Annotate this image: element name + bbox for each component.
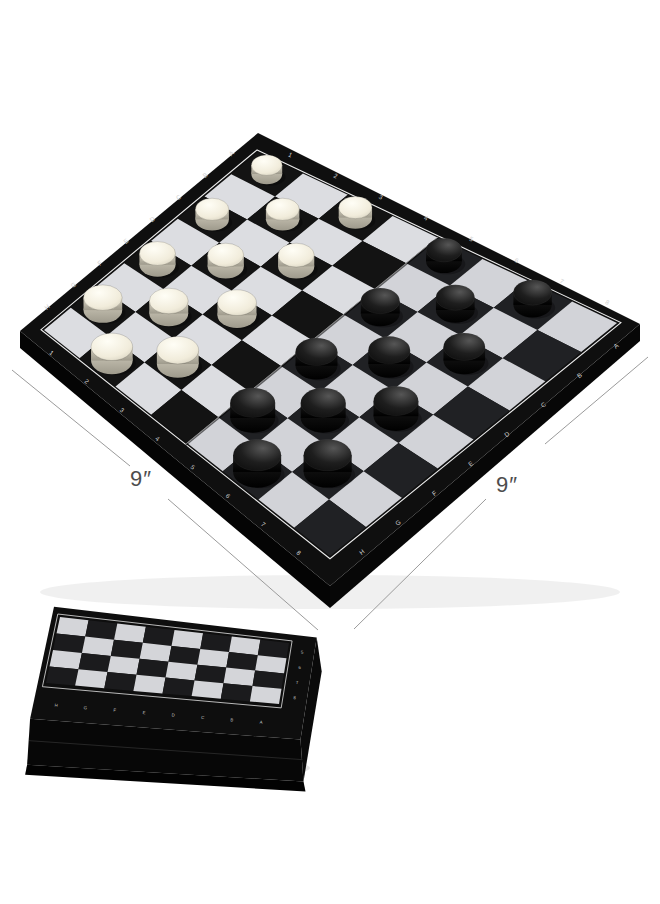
- folded-square: [114, 624, 146, 643]
- piece-white-e1[interactable]: [139, 242, 178, 278]
- folded-square: [104, 672, 136, 691]
- folded-square: [166, 662, 198, 681]
- folded-square: [250, 686, 282, 704]
- piece-white-g1[interactable]: [84, 285, 126, 324]
- piece-black-e5[interactable]: [296, 338, 341, 380]
- folded-square: [169, 646, 201, 665]
- label-topright-number: 8: [604, 298, 611, 306]
- folded-square: [229, 637, 260, 656]
- piece-white-f2[interactable]: [149, 288, 191, 327]
- piece-white-e3[interactable]: [217, 290, 259, 329]
- dimension-label-right: 9″: [496, 472, 518, 498]
- folded-square: [226, 652, 257, 671]
- folded-square: [79, 653, 111, 672]
- folded-square: [137, 659, 169, 678]
- folded-square: [200, 633, 232, 652]
- folded-square: [163, 678, 195, 697]
- folded-label-letter: C: [201, 715, 205, 720]
- folded-square: [82, 637, 114, 656]
- piece-black-a5[interactable]: [426, 238, 465, 274]
- folded-square: [108, 656, 140, 675]
- folded-square: [85, 620, 117, 639]
- board-photo-canvas: A11AB22BC33CD44DE55EF66FG77GH88HHGFEDCBA…: [0, 0, 660, 904]
- piece-black-e7[interactable]: [374, 386, 422, 431]
- piece-black-b6[interactable]: [436, 285, 478, 324]
- folded-square: [111, 640, 143, 659]
- folded-square: [224, 668, 256, 686]
- product-photo: A11AB22BC33CD44DE55EF66FG77GH88HHGFEDCBA…: [0, 0, 660, 904]
- folded-square: [197, 649, 229, 668]
- folded-square: [133, 675, 165, 694]
- piece-black-d6[interactable]: [368, 336, 413, 378]
- folded-label-letter: H: [54, 703, 58, 708]
- folded-square: [192, 680, 224, 698]
- piece-white-c3[interactable]: [278, 243, 318, 279]
- folded-label-letter: D: [171, 712, 175, 717]
- piece-white-g3[interactable]: [157, 336, 202, 378]
- folded-square: [143, 627, 175, 646]
- folded-square: [253, 671, 285, 689]
- piece-white-h2[interactable]: [91, 333, 136, 375]
- folded-square: [221, 683, 253, 701]
- piece-white-d2[interactable]: [208, 243, 248, 279]
- label-topright-number: 7: [559, 277, 566, 285]
- folded-square: [255, 655, 286, 673]
- folded-square: [53, 634, 85, 653]
- folded-square: [258, 640, 289, 659]
- piece-black-g5[interactable]: [230, 388, 278, 434]
- folded-square: [57, 617, 89, 637]
- piece-black-c7[interactable]: [443, 333, 488, 375]
- dimension-label-left: 9″: [130, 466, 152, 492]
- folded-square: [140, 643, 172, 662]
- piece-black-f6[interactable]: [301, 388, 349, 434]
- folded-square: [195, 665, 227, 684]
- folded-square: [50, 650, 82, 669]
- piece-black-a7[interactable]: [513, 280, 555, 319]
- piece-black-h6[interactable]: [233, 439, 285, 488]
- piece-black-g7[interactable]: [304, 439, 356, 488]
- folded-square: [46, 667, 79, 686]
- piece-black-c5[interactable]: [361, 288, 403, 327]
- folded-square: [172, 630, 204, 649]
- folded-square: [75, 669, 107, 688]
